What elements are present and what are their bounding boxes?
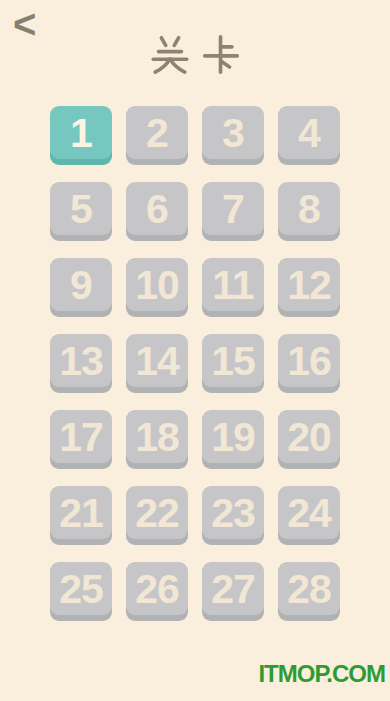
level-button-10[interactable]: 10 bbox=[126, 258, 188, 311]
level-select-screen: < 12345678910111213141516171819202122232… bbox=[0, 0, 390, 701]
level-button-8[interactable]: 8 bbox=[278, 182, 340, 235]
level-button-20[interactable]: 20 bbox=[278, 410, 340, 463]
level-button-28[interactable]: 28 bbox=[278, 562, 340, 615]
level-button-11[interactable]: 11 bbox=[202, 258, 264, 311]
level-button-24[interactable]: 24 bbox=[278, 486, 340, 539]
level-button-2[interactable]: 2 bbox=[126, 106, 188, 159]
level-grid: 1234567891011121314151617181920212223242… bbox=[50, 106, 340, 615]
level-button-5[interactable]: 5 bbox=[50, 182, 112, 235]
level-button-21[interactable]: 21 bbox=[50, 486, 112, 539]
level-button-14[interactable]: 14 bbox=[126, 334, 188, 387]
level-button-9[interactable]: 9 bbox=[50, 258, 112, 311]
level-button-12[interactable]: 12 bbox=[278, 258, 340, 311]
level-button-23[interactable]: 23 bbox=[202, 486, 264, 539]
level-button-17[interactable]: 17 bbox=[50, 410, 112, 463]
level-button-26[interactable]: 26 bbox=[126, 562, 188, 615]
level-button-6[interactable]: 6 bbox=[126, 182, 188, 235]
level-button-22[interactable]: 22 bbox=[126, 486, 188, 539]
level-button-15[interactable]: 15 bbox=[202, 334, 264, 387]
level-button-3[interactable]: 3 bbox=[202, 106, 264, 159]
title-char-guan bbox=[149, 33, 191, 75]
level-button-1[interactable]: 1 bbox=[50, 106, 112, 159]
level-button-19[interactable]: 19 bbox=[202, 410, 264, 463]
level-button-16[interactable]: 16 bbox=[278, 334, 340, 387]
level-button-27[interactable]: 27 bbox=[202, 562, 264, 615]
level-button-4[interactable]: 4 bbox=[278, 106, 340, 159]
watermark: ITMOP.COM bbox=[258, 660, 385, 688]
title-char-ka bbox=[200, 33, 242, 75]
level-button-7[interactable]: 7 bbox=[202, 182, 264, 235]
level-button-18[interactable]: 18 bbox=[126, 410, 188, 463]
level-button-25[interactable]: 25 bbox=[50, 562, 112, 615]
page-title bbox=[0, 33, 390, 75]
level-button-13[interactable]: 13 bbox=[50, 334, 112, 387]
